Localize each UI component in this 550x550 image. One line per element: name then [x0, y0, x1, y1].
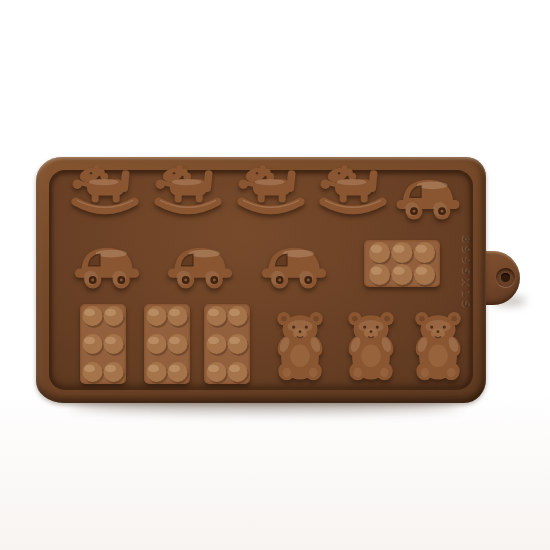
embossed-code: 8995X15: [457, 223, 473, 323]
product-photo-stage: 8995X15: [0, 0, 550, 550]
chocolate-mold: [36, 157, 486, 403]
mold-floor: [49, 170, 473, 390]
hang-hole: [496, 268, 515, 287]
